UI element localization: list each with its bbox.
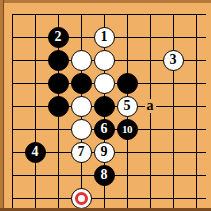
stone-black-unnumbered bbox=[48, 50, 69, 71]
point-c8-r5 bbox=[162, 95, 185, 118]
point-c2-r6 bbox=[24, 118, 47, 141]
point-c4-r3 bbox=[70, 49, 93, 72]
stone-black-unnumbered bbox=[48, 73, 69, 94]
point-c5-r9 bbox=[93, 187, 116, 210]
stone-white-circled bbox=[71, 188, 92, 209]
point-c6-r2 bbox=[116, 26, 139, 49]
point-c5-r1 bbox=[93, 3, 116, 26]
point-c9-r9 bbox=[185, 187, 208, 210]
point-c8-r2 bbox=[162, 26, 185, 49]
point-c8-r4 bbox=[162, 72, 185, 95]
point-c8-r9 bbox=[162, 187, 185, 210]
stone-black-unnumbered bbox=[71, 73, 92, 94]
stone-black-unnumbered bbox=[48, 96, 69, 117]
point-c8-r6 bbox=[162, 118, 185, 141]
point-c6-r1 bbox=[116, 3, 139, 26]
point-c3-r8 bbox=[47, 164, 70, 187]
point-c8-r3: 3 bbox=[162, 49, 185, 72]
point-c7-r6 bbox=[139, 118, 162, 141]
point-c8-r8 bbox=[162, 164, 185, 187]
point-c3-r3 bbox=[47, 49, 70, 72]
point-c2-r5 bbox=[24, 95, 47, 118]
point-c6-r8 bbox=[116, 164, 139, 187]
point-c3-r4 bbox=[47, 72, 70, 95]
point-c3-r1 bbox=[47, 3, 70, 26]
stone-black-8: 8 bbox=[94, 165, 115, 186]
point-c7-r2 bbox=[139, 26, 162, 49]
point-c6-r6: 10 bbox=[116, 118, 139, 141]
stone-white-unnumbered bbox=[94, 73, 115, 94]
red-circle-marker bbox=[75, 192, 88, 205]
point-c4-r1 bbox=[70, 3, 93, 26]
stone-white-unnumbered bbox=[71, 96, 92, 117]
point-c2-r3 bbox=[24, 49, 47, 72]
point-c3-r5 bbox=[47, 95, 70, 118]
point-c6-r7 bbox=[116, 141, 139, 164]
diagram-frame-left bbox=[0, 0, 4, 211]
point-c2-r2 bbox=[24, 26, 47, 49]
point-c6-r5: 5 bbox=[116, 95, 139, 118]
point-c6-r9 bbox=[116, 187, 139, 210]
stone-black-4: 4 bbox=[25, 142, 46, 163]
stone-white-9: 9 bbox=[94, 142, 115, 163]
stone-white-unnumbered bbox=[71, 50, 92, 71]
point-c5-r4 bbox=[93, 72, 116, 95]
point-c2-r7: 4 bbox=[24, 141, 47, 164]
point-c7-r7 bbox=[139, 141, 162, 164]
point-c5-r2: 1 bbox=[93, 26, 116, 49]
point-c7-r8 bbox=[139, 164, 162, 187]
stone-white-5: 5 bbox=[117, 96, 138, 117]
stone-black-6: 6 bbox=[94, 119, 115, 140]
diagram-frame-bottom bbox=[0, 208, 211, 211]
point-c9-r4 bbox=[185, 72, 208, 95]
stone-white-3: 3 bbox=[163, 50, 184, 71]
point-c2-r4 bbox=[24, 72, 47, 95]
stone-white-unnumbered bbox=[94, 50, 115, 71]
point-c9-r7 bbox=[185, 141, 208, 164]
point-c9-r5 bbox=[185, 95, 208, 118]
point-c5-r3 bbox=[93, 49, 116, 72]
point-c9-r3 bbox=[185, 49, 208, 72]
point-c8-r7 bbox=[162, 141, 185, 164]
point-c6-r4 bbox=[116, 72, 139, 95]
point-c4-r9 bbox=[70, 187, 93, 210]
point-c7-r1 bbox=[139, 3, 162, 26]
point-c9-r6 bbox=[185, 118, 208, 141]
point-c3-r9 bbox=[47, 187, 70, 210]
stone-white-unnumbered bbox=[71, 119, 92, 140]
point-c4-r6 bbox=[70, 118, 93, 141]
point-c2-r9 bbox=[24, 187, 47, 210]
diagram-frame-top bbox=[0, 0, 211, 3]
point-c4-r7: 7 bbox=[70, 141, 93, 164]
point-c9-r2 bbox=[185, 26, 208, 49]
stone-black-unnumbered bbox=[117, 73, 138, 94]
point-c3-r6 bbox=[47, 118, 70, 141]
point-c7-r9 bbox=[139, 187, 162, 210]
point-c9-r1 bbox=[185, 3, 208, 26]
point-c5-r7: 9 bbox=[93, 141, 116, 164]
stone-white-1: 1 bbox=[94, 27, 115, 48]
point-c2-r1 bbox=[24, 3, 47, 26]
point-c5-r5 bbox=[93, 95, 116, 118]
point-c4-r2 bbox=[70, 26, 93, 49]
point-c5-r6: 6 bbox=[93, 118, 116, 141]
stone-black-unnumbered bbox=[94, 96, 115, 117]
point-c5-r8: 8 bbox=[93, 164, 116, 187]
go-board: 2135a6104798 bbox=[0, 0, 211, 211]
point-c4-r4 bbox=[70, 72, 93, 95]
point-c4-r8 bbox=[70, 164, 93, 187]
point-c7-r4 bbox=[139, 72, 162, 95]
point-c3-r7 bbox=[47, 141, 70, 164]
point-c4-r5 bbox=[70, 95, 93, 118]
point-c3-r2: 2 bbox=[47, 26, 70, 49]
intersection-grid: 2135a6104798 bbox=[1, 3, 208, 210]
point-c7-r3 bbox=[139, 49, 162, 72]
stone-black-2: 2 bbox=[48, 27, 69, 48]
point-label-a: a bbox=[145, 99, 156, 113]
point-c8-r1 bbox=[162, 3, 185, 26]
point-c7-r5: a bbox=[139, 95, 162, 118]
stone-black-10: 10 bbox=[117, 119, 138, 140]
point-c9-r8 bbox=[185, 164, 208, 187]
stone-white-7: 7 bbox=[71, 142, 92, 163]
point-c2-r8 bbox=[24, 164, 47, 187]
point-c6-r3 bbox=[116, 49, 139, 72]
